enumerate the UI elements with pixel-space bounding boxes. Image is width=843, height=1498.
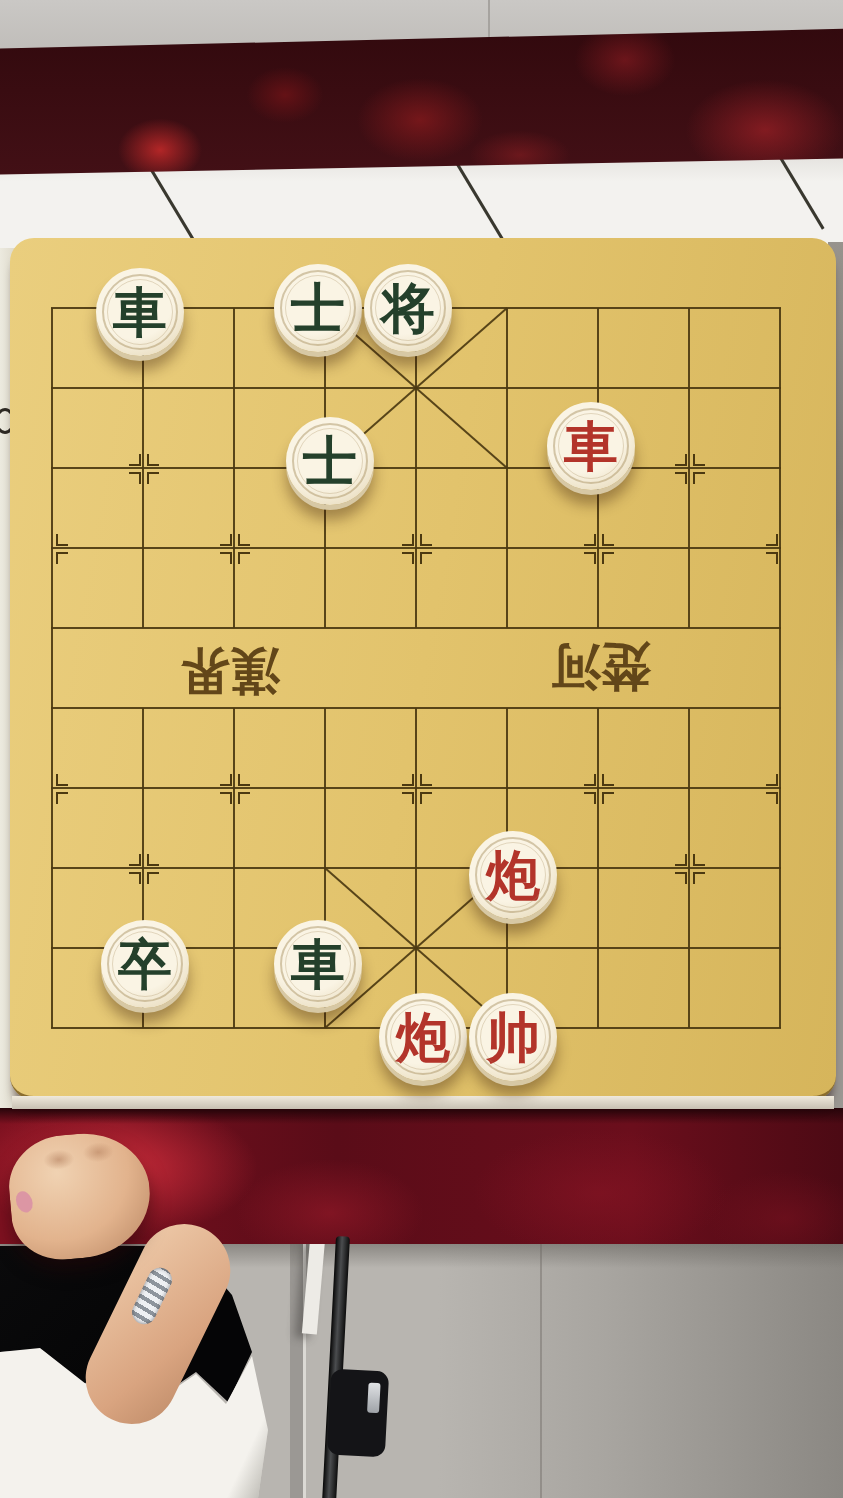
marker-bracket	[402, 774, 414, 786]
tripod-metal-pin	[367, 1383, 381, 1414]
marker-bracket	[56, 552, 68, 564]
marker-bracket	[602, 774, 614, 786]
marker-bracket	[766, 534, 778, 546]
grid-line-file	[51, 308, 53, 1028]
position-marker-c7	[220, 534, 248, 562]
piece-red-cannon-e1[interactable]: 炮	[379, 993, 467, 1081]
position-marker-a4	[38, 774, 66, 802]
marker-bracket	[602, 552, 614, 564]
marker-bracket	[238, 774, 250, 786]
piece-character: 車	[113, 285, 167, 339]
marker-bracket	[147, 872, 159, 884]
marker-bracket	[129, 854, 141, 866]
marker-bracket	[693, 472, 705, 484]
position-marker-e7	[402, 534, 430, 562]
marker-bracket	[147, 454, 159, 466]
thumb-nail	[13, 1189, 36, 1215]
piece-character: 士	[291, 281, 345, 335]
marker-bracket	[220, 534, 232, 546]
position-marker-h3	[675, 854, 703, 882]
marker-bracket	[220, 552, 232, 564]
marker-bracket	[402, 792, 414, 804]
marker-bracket	[693, 872, 705, 884]
marker-bracket	[129, 472, 141, 484]
floor-seam-shadow	[290, 1242, 303, 1498]
board-mat-edge	[12, 1096, 834, 1109]
marker-bracket	[56, 792, 68, 804]
marker-bracket	[220, 792, 232, 804]
position-marker-a7	[38, 534, 66, 562]
position-marker-c4	[220, 774, 248, 802]
piece-black-chariot-b10[interactable]: 車	[96, 268, 184, 356]
grid-line-file	[597, 708, 599, 1028]
marker-bracket	[129, 454, 141, 466]
marker-bracket	[420, 552, 432, 564]
marker-bracket	[147, 472, 159, 484]
marker-bracket	[584, 534, 596, 546]
piece-black-advisor-d8[interactable]: 士	[286, 417, 374, 505]
marker-bracket	[693, 854, 705, 866]
piece-character: 炮	[486, 848, 540, 902]
position-marker-h8	[675, 454, 703, 482]
piece-black-advisor-d10[interactable]: 士	[274, 264, 362, 352]
position-marker-g7	[584, 534, 612, 562]
marker-bracket	[56, 774, 68, 786]
marker-bracket	[602, 534, 614, 546]
xiangqi-board: 車士将士車炮卒車炮帅	[52, 308, 780, 1028]
position-marker-b8	[129, 454, 157, 482]
grid-line-file	[233, 308, 235, 628]
marker-bracket	[584, 552, 596, 564]
marker-bracket	[420, 792, 432, 804]
piece-character: 卒	[118, 937, 172, 991]
tripod-clamp	[327, 1369, 389, 1458]
position-marker-g4	[584, 774, 612, 802]
marker-bracket	[766, 552, 778, 564]
marker-bracket	[238, 792, 250, 804]
marker-bracket	[420, 534, 432, 546]
position-marker-i7	[766, 534, 794, 562]
wall-seam-line	[488, 0, 490, 42]
piece-red-cannon-f3[interactable]: 炮	[469, 831, 557, 919]
marker-bracket	[693, 454, 705, 466]
marker-bracket	[238, 534, 250, 546]
marker-bracket	[402, 552, 414, 564]
photo-stage: 漢界 楚河 車士将士車炮卒車炮帅	[0, 0, 843, 1498]
piece-black-chariot-d2[interactable]: 車	[274, 920, 362, 1008]
marker-bracket	[675, 872, 687, 884]
marker-bracket	[402, 534, 414, 546]
marker-bracket	[420, 774, 432, 786]
marker-bracket	[675, 854, 687, 866]
piece-black-general-e10[interactable]: 将	[364, 264, 452, 352]
floor-seam	[540, 1242, 542, 1498]
marker-bracket	[584, 774, 596, 786]
piece-red-general-f1[interactable]: 帅	[469, 993, 557, 1081]
position-marker-i4	[766, 774, 794, 802]
piece-character: 将	[381, 281, 435, 335]
piece-character: 炮	[396, 1010, 450, 1064]
marker-bracket	[56, 534, 68, 546]
marker-bracket	[220, 774, 232, 786]
piece-character: 士	[303, 434, 357, 488]
piece-black-soldier-b2[interactable]: 卒	[101, 920, 189, 1008]
marker-bracket	[675, 472, 687, 484]
grid-line-file	[415, 708, 417, 1028]
grid-line-file	[415, 308, 417, 628]
grid-line-file	[233, 708, 235, 1028]
position-marker-e4	[402, 774, 430, 802]
piece-character: 帅	[486, 1010, 540, 1064]
marker-bracket	[129, 872, 141, 884]
marker-bracket	[147, 854, 159, 866]
marker-bracket	[238, 552, 250, 564]
marker-bracket	[766, 774, 778, 786]
marker-bracket	[766, 792, 778, 804]
piece-red-chariot-g8[interactable]: 車	[547, 402, 635, 490]
marker-bracket	[602, 792, 614, 804]
position-marker-b3	[129, 854, 157, 882]
piece-character: 車	[291, 937, 345, 991]
grid-line-file	[779, 308, 781, 1028]
marker-bracket	[675, 454, 687, 466]
piece-character: 車	[564, 419, 618, 473]
marker-bracket	[584, 792, 596, 804]
